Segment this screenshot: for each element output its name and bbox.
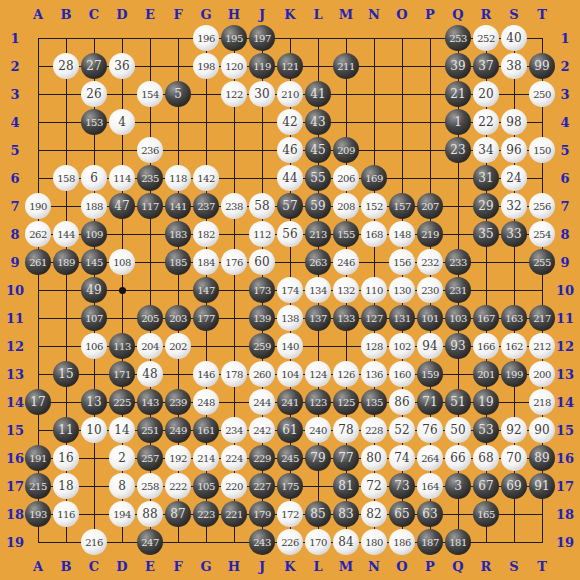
- stone-D6-white[interactable]: 114: [109, 165, 135, 191]
- stone-J9-white[interactable]: 60: [249, 249, 275, 275]
- stone-Q12-black[interactable]: 93: [445, 333, 471, 359]
- stone-N16-white[interactable]: 80: [361, 445, 387, 471]
- move-number: 104: [281, 369, 299, 380]
- stone-R3-white[interactable]: 20: [473, 81, 499, 107]
- stone-D17-white[interactable]: 8: [109, 473, 135, 499]
- stone-S17-black[interactable]: 69: [501, 473, 527, 499]
- stone-B16-white[interactable]: 16: [53, 445, 79, 471]
- stone-M11-black[interactable]: 133: [333, 305, 359, 331]
- stone-B6-white[interactable]: 158: [53, 165, 79, 191]
- stone-F11-black[interactable]: 203: [165, 305, 191, 331]
- stone-J19-black[interactable]: 243: [249, 529, 275, 555]
- move-number: 119: [253, 61, 271, 72]
- move-number: 118: [169, 173, 187, 184]
- stone-K8-white[interactable]: 56: [277, 221, 303, 247]
- stone-J2-black[interactable]: 119: [249, 53, 275, 79]
- stone-G9-white[interactable]: 184: [193, 249, 219, 275]
- stone-B13-black[interactable]: 15: [53, 361, 79, 387]
- move-number: 84: [338, 535, 353, 549]
- stone-R13-black[interactable]: 201: [473, 361, 499, 387]
- row-label-right-13: 13: [556, 368, 574, 381]
- move-number: 223: [197, 509, 215, 520]
- stone-B9-black[interactable]: 189: [53, 249, 79, 275]
- stone-Q10-black[interactable]: 231: [445, 277, 471, 303]
- move-number: 20: [478, 87, 493, 101]
- move-number: 169: [365, 173, 383, 184]
- move-number: 48: [142, 367, 157, 381]
- stone-L11-black[interactable]: 137: [305, 305, 331, 331]
- stone-D12-black[interactable]: 113: [109, 333, 135, 359]
- stone-M9-white[interactable]: 246: [333, 249, 359, 275]
- stone-H2-white[interactable]: 120: [221, 53, 247, 79]
- stone-T12-white[interactable]: 212: [529, 333, 555, 359]
- stone-L18-black[interactable]: 85: [305, 501, 331, 527]
- stone-K3-white[interactable]: 210: [277, 81, 303, 107]
- stone-B17-white[interactable]: 18: [53, 473, 79, 499]
- stone-N7-white[interactable]: 152: [361, 193, 387, 219]
- stone-M5-black[interactable]: 209: [333, 137, 359, 163]
- stone-E17-white[interactable]: 258: [137, 473, 163, 499]
- stone-A7-white[interactable]: 190: [25, 193, 51, 219]
- stone-O16-white[interactable]: 74: [389, 445, 415, 471]
- col-label-top-L: L: [313, 8, 322, 21]
- stone-S15-white[interactable]: 92: [501, 417, 527, 443]
- stone-T5-white[interactable]: 150: [529, 137, 555, 163]
- stone-T3-white[interactable]: 250: [529, 81, 555, 107]
- stone-N18-white[interactable]: 82: [361, 501, 387, 527]
- stone-D4-white[interactable]: 4: [109, 109, 135, 135]
- move-number: 142: [197, 173, 215, 184]
- stone-C12-white[interactable]: 106: [81, 333, 107, 359]
- stone-P15-white[interactable]: 76: [417, 417, 443, 443]
- stone-C19-white[interactable]: 216: [81, 529, 107, 555]
- stone-S5-white[interactable]: 96: [501, 137, 527, 163]
- stone-O10-white[interactable]: 130: [389, 277, 415, 303]
- stone-K4-white[interactable]: 42: [277, 109, 303, 135]
- stone-F16-white[interactable]: 192: [165, 445, 191, 471]
- stone-N13-white[interactable]: 136: [361, 361, 387, 387]
- move-number: 186: [393, 537, 411, 548]
- stone-T14-white[interactable]: 218: [529, 389, 555, 415]
- stone-P8-black[interactable]: 219: [417, 221, 443, 247]
- stone-M7-white[interactable]: 208: [333, 193, 359, 219]
- stone-H16-white[interactable]: 224: [221, 445, 247, 471]
- stone-P17-white[interactable]: 164: [417, 473, 443, 499]
- stone-T9-black[interactable]: 255: [529, 249, 555, 275]
- stone-Q15-white[interactable]: 50: [445, 417, 471, 443]
- stone-H3-white[interactable]: 122: [221, 81, 247, 107]
- stone-G2-white[interactable]: 198: [193, 53, 219, 79]
- stone-D9-white[interactable]: 108: [109, 249, 135, 275]
- stone-E11-black[interactable]: 205: [137, 305, 163, 331]
- stone-E19-black[interactable]: 247: [137, 529, 163, 555]
- stone-K7-black[interactable]: 57: [277, 193, 303, 219]
- stone-F8-black[interactable]: 183: [165, 221, 191, 247]
- stone-N12-white[interactable]: 128: [361, 333, 387, 359]
- stone-K5-white[interactable]: 46: [277, 137, 303, 163]
- stone-G18-black[interactable]: 223: [193, 501, 219, 527]
- stone-M14-black[interactable]: 125: [333, 389, 359, 415]
- stone-K15-black[interactable]: 61: [277, 417, 303, 443]
- stone-K12-white[interactable]: 140: [277, 333, 303, 359]
- stone-N11-black[interactable]: 127: [361, 305, 387, 331]
- move-number: 208: [337, 201, 355, 212]
- stone-Q17-black[interactable]: 3: [445, 473, 471, 499]
- stone-N6-black[interactable]: 169: [361, 165, 387, 191]
- move-number: 262: [29, 229, 47, 240]
- stone-S12-white[interactable]: 162: [501, 333, 527, 359]
- stone-J16-black[interactable]: 229: [249, 445, 275, 471]
- move-number: 58: [254, 199, 269, 213]
- stone-P19-black[interactable]: 187: [417, 529, 443, 555]
- stone-K13-white[interactable]: 104: [277, 361, 303, 387]
- stone-N14-black[interactable]: 135: [361, 389, 387, 415]
- stone-Q5-black[interactable]: 23: [445, 137, 471, 163]
- stone-G6-white[interactable]: 142: [193, 165, 219, 191]
- stone-J14-white[interactable]: 244: [249, 389, 275, 415]
- stone-B2-white[interactable]: 28: [53, 53, 79, 79]
- stone-E16-black[interactable]: 257: [137, 445, 163, 471]
- stone-P12-white[interactable]: 94: [417, 333, 443, 359]
- move-number: 253: [449, 33, 467, 44]
- stone-D14-black[interactable]: 225: [109, 389, 135, 415]
- row-label-right-8: 8: [560, 228, 569, 241]
- stone-S1-white[interactable]: 40: [501, 25, 527, 51]
- stone-S6-white[interactable]: 24: [501, 165, 527, 191]
- stone-K16-black[interactable]: 245: [277, 445, 303, 471]
- stone-E12-white[interactable]: 204: [137, 333, 163, 359]
- stone-S8-black[interactable]: 33: [501, 221, 527, 247]
- stone-G1-white[interactable]: 196: [193, 25, 219, 51]
- stone-L4-black[interactable]: 43: [305, 109, 331, 135]
- stone-A14-black[interactable]: 17: [25, 389, 51, 415]
- stone-N17-white[interactable]: 72: [361, 473, 387, 499]
- move-number: 113: [113, 341, 131, 352]
- stone-K2-black[interactable]: 121: [277, 53, 303, 79]
- stone-G16-white[interactable]: 214: [193, 445, 219, 471]
- stone-O15-white[interactable]: 52: [389, 417, 415, 443]
- row-label-left-4: 4: [10, 116, 19, 129]
- stone-K19-white[interactable]: 226: [277, 529, 303, 555]
- stone-P18-black[interactable]: 63: [417, 501, 443, 527]
- stone-L13-white[interactable]: 124: [305, 361, 331, 387]
- stone-R18-black[interactable]: 165: [473, 501, 499, 527]
- move-number: 173: [253, 285, 271, 296]
- stone-M13-white[interactable]: 126: [333, 361, 359, 387]
- stone-H13-white[interactable]: 178: [221, 361, 247, 387]
- stone-Q14-black[interactable]: 51: [445, 389, 471, 415]
- stone-L15-white[interactable]: 240: [305, 417, 331, 443]
- stone-F9-black[interactable]: 185: [165, 249, 191, 275]
- stone-E5-white[interactable]: 236: [137, 137, 163, 163]
- stone-B18-white[interactable]: 116: [53, 501, 79, 527]
- stone-F3-black[interactable]: 5: [165, 81, 191, 107]
- stone-F14-black[interactable]: 239: [165, 389, 191, 415]
- stone-G15-black[interactable]: 161: [193, 417, 219, 443]
- stone-O19-white[interactable]: 186: [389, 529, 415, 555]
- stone-J1-black[interactable]: 197: [249, 25, 275, 51]
- stone-F15-black[interactable]: 249: [165, 417, 191, 443]
- stone-F17-white[interactable]: 222: [165, 473, 191, 499]
- row-label-right-15: 15: [556, 424, 574, 437]
- stone-N15-white[interactable]: 228: [361, 417, 387, 443]
- stone-T13-white[interactable]: 200: [529, 361, 555, 387]
- stone-O17-black[interactable]: 73: [389, 473, 415, 499]
- stone-D13-black[interactable]: 171: [109, 361, 135, 387]
- stone-C2-black[interactable]: 27: [81, 53, 107, 79]
- stone-D16-white[interactable]: 2: [109, 445, 135, 471]
- stone-D18-white[interactable]: 194: [109, 501, 135, 527]
- move-number: 144: [57, 229, 75, 240]
- stone-L19-white[interactable]: 170: [305, 529, 331, 555]
- stone-F6-white[interactable]: 118: [165, 165, 191, 191]
- move-number: 53: [478, 423, 493, 437]
- stone-S7-white[interactable]: 32: [501, 193, 527, 219]
- stone-R4-white[interactable]: 22: [473, 109, 499, 135]
- stone-L16-black[interactable]: 79: [305, 445, 331, 471]
- stone-J10-black[interactable]: 173: [249, 277, 275, 303]
- move-number: 51: [450, 395, 465, 409]
- stone-E15-black[interactable]: 251: [137, 417, 163, 443]
- stone-H9-white[interactable]: 176: [221, 249, 247, 275]
- stone-F18-black[interactable]: 87: [165, 501, 191, 527]
- stone-T2-black[interactable]: 99: [529, 53, 555, 79]
- stone-T17-black[interactable]: 91: [529, 473, 555, 499]
- move-number: 124: [309, 369, 327, 380]
- stone-M6-white[interactable]: 206: [333, 165, 359, 191]
- stone-H17-white[interactable]: 220: [221, 473, 247, 499]
- stone-G8-white[interactable]: 182: [193, 221, 219, 247]
- col-label-bottom-O: O: [396, 560, 407, 573]
- stone-R1-white[interactable]: 252: [473, 25, 499, 51]
- stone-M10-white[interactable]: 132: [333, 277, 359, 303]
- stone-R17-black[interactable]: 67: [473, 473, 499, 499]
- stone-L6-black[interactable]: 55: [305, 165, 331, 191]
- stone-L14-black[interactable]: 123: [305, 389, 331, 415]
- stone-B15-black[interactable]: 11: [53, 417, 79, 443]
- stone-E3-white[interactable]: 154: [137, 81, 163, 107]
- stone-O9-white[interactable]: 156: [389, 249, 415, 275]
- stone-N8-white[interactable]: 168: [361, 221, 387, 247]
- stone-S11-black[interactable]: 163: [501, 305, 527, 331]
- stone-R16-white[interactable]: 68: [473, 445, 499, 471]
- stone-C8-black[interactable]: 109: [81, 221, 107, 247]
- col-label-top-M: M: [339, 8, 353, 21]
- stone-C11-black[interactable]: 107: [81, 305, 107, 331]
- stone-H1-black[interactable]: 195: [221, 25, 247, 51]
- stone-G7-black[interactable]: 237: [193, 193, 219, 219]
- stone-G11-black[interactable]: 177: [193, 305, 219, 331]
- move-number: 16: [58, 451, 73, 465]
- stone-E14-black[interactable]: 143: [137, 389, 163, 415]
- move-number: 152: [365, 201, 383, 212]
- stone-K6-white[interactable]: 44: [277, 165, 303, 191]
- stone-M8-black[interactable]: 155: [333, 221, 359, 247]
- col-label-bottom-F: F: [173, 560, 182, 573]
- stone-J18-black[interactable]: 179: [249, 501, 275, 527]
- stone-A8-white[interactable]: 262: [25, 221, 51, 247]
- stone-Q16-white[interactable]: 66: [445, 445, 471, 471]
- move-number: 32: [506, 199, 521, 213]
- stone-K17-black[interactable]: 175: [277, 473, 303, 499]
- stone-J3-white[interactable]: 30: [249, 81, 275, 107]
- stone-R11-black[interactable]: 167: [473, 305, 499, 331]
- stone-E6-black[interactable]: 235: [137, 165, 163, 191]
- stone-J15-white[interactable]: 242: [249, 417, 275, 443]
- stone-F12-white[interactable]: 202: [165, 333, 191, 359]
- stone-E13-white[interactable]: 48: [137, 361, 163, 387]
- row-label-left-1: 1: [10, 32, 19, 45]
- col-label-top-D: D: [116, 8, 127, 21]
- stone-L9-black[interactable]: 263: [305, 249, 331, 275]
- stone-C14-black[interactable]: 13: [81, 389, 107, 415]
- stone-J12-black[interactable]: 259: [249, 333, 275, 359]
- move-number: 236: [141, 145, 159, 156]
- stone-Q11-black[interactable]: 103: [445, 305, 471, 331]
- stone-D7-black[interactable]: 47: [109, 193, 135, 219]
- stone-T16-black[interactable]: 89: [529, 445, 555, 471]
- stone-J13-white[interactable]: 260: [249, 361, 275, 387]
- stone-R2-black[interactable]: 37: [473, 53, 499, 79]
- stone-R12-white[interactable]: 166: [473, 333, 499, 359]
- move-number: 89: [534, 451, 549, 465]
- move-number: 232: [421, 257, 439, 268]
- stone-C6-white[interactable]: 6: [81, 165, 107, 191]
- stone-O18-black[interactable]: 65: [389, 501, 415, 527]
- stone-K18-white[interactable]: 172: [277, 501, 303, 527]
- stone-O11-black[interactable]: 131: [389, 305, 415, 331]
- stone-M16-black[interactable]: 77: [333, 445, 359, 471]
- stone-J7-white[interactable]: 58: [249, 193, 275, 219]
- stone-Q19-black[interactable]: 181: [445, 529, 471, 555]
- stone-A16-black[interactable]: 191: [25, 445, 51, 471]
- stone-H18-black[interactable]: 221: [221, 501, 247, 527]
- stone-O14-white[interactable]: 86: [389, 389, 415, 415]
- stone-P14-black[interactable]: 71: [417, 389, 443, 415]
- move-number: 218: [533, 397, 551, 408]
- stone-O13-white[interactable]: 160: [389, 361, 415, 387]
- stone-H15-white[interactable]: 234: [221, 417, 247, 443]
- stone-D2-white[interactable]: 36: [109, 53, 135, 79]
- stone-P7-black[interactable]: 207: [417, 193, 443, 219]
- move-number: 258: [141, 481, 159, 492]
- stone-J8-white[interactable]: 112: [249, 221, 275, 247]
- stone-H7-white[interactable]: 238: [221, 193, 247, 219]
- col-label-top-B: B: [61, 8, 72, 21]
- stone-N19-white[interactable]: 180: [361, 529, 387, 555]
- stone-P9-white[interactable]: 232: [417, 249, 443, 275]
- stone-M17-black[interactable]: 81: [333, 473, 359, 499]
- stone-Q2-black[interactable]: 39: [445, 53, 471, 79]
- stone-J11-black[interactable]: 139: [249, 305, 275, 331]
- stone-P10-white[interactable]: 230: [417, 277, 443, 303]
- stone-M19-white[interactable]: 84: [333, 529, 359, 555]
- stone-R7-black[interactable]: 29: [473, 193, 499, 219]
- move-number: 197: [253, 33, 271, 44]
- stone-L8-black[interactable]: 213: [305, 221, 331, 247]
- stone-O12-white[interactable]: 102: [389, 333, 415, 359]
- stone-G17-black[interactable]: 105: [193, 473, 219, 499]
- stone-R8-black[interactable]: 35: [473, 221, 499, 247]
- stone-L10-white[interactable]: 134: [305, 277, 331, 303]
- stone-C3-white[interactable]: 26: [81, 81, 107, 107]
- move-number: 147: [197, 285, 215, 296]
- stone-M18-black[interactable]: 83: [333, 501, 359, 527]
- stone-E18-white[interactable]: 88: [137, 501, 163, 527]
- stone-L5-black[interactable]: 45: [305, 137, 331, 163]
- stone-R15-black[interactable]: 53: [473, 417, 499, 443]
- move-number: 187: [421, 537, 439, 548]
- stone-F7-black[interactable]: 141: [165, 193, 191, 219]
- move-number: 192: [169, 453, 187, 464]
- move-number: 220: [225, 481, 243, 492]
- stone-C15-white[interactable]: 10: [81, 417, 107, 443]
- stone-C7-white[interactable]: 188: [81, 193, 107, 219]
- stone-Q4-black[interactable]: 1: [445, 109, 471, 135]
- stone-M15-white[interactable]: 78: [333, 417, 359, 443]
- stone-N10-white[interactable]: 110: [361, 277, 387, 303]
- stone-T8-white[interactable]: 254: [529, 221, 555, 247]
- stone-K10-white[interactable]: 174: [277, 277, 303, 303]
- move-number: 66: [450, 451, 465, 465]
- stone-T7-white[interactable]: 256: [529, 193, 555, 219]
- stone-E7-black[interactable]: 117: [137, 193, 163, 219]
- move-number: 133: [337, 313, 355, 324]
- stone-S16-white[interactable]: 70: [501, 445, 527, 471]
- stone-Q3-black[interactable]: 21: [445, 81, 471, 107]
- stone-T15-white[interactable]: 90: [529, 417, 555, 443]
- stone-G13-white[interactable]: 146: [193, 361, 219, 387]
- stone-L7-black[interactable]: 59: [305, 193, 331, 219]
- move-number: 215: [29, 481, 47, 492]
- stone-C10-black[interactable]: 49: [81, 277, 107, 303]
- stone-G10-black[interactable]: 147: [193, 277, 219, 303]
- stone-T11-black[interactable]: 217: [529, 305, 555, 331]
- stone-R6-black[interactable]: 31: [473, 165, 499, 191]
- stone-O8-white[interactable]: 148: [389, 221, 415, 247]
- stone-G14-white[interactable]: 248: [193, 389, 219, 415]
- stone-B8-white[interactable]: 144: [53, 221, 79, 247]
- stone-L3-black[interactable]: 41: [305, 81, 331, 107]
- stone-R14-black[interactable]: 19: [473, 389, 499, 415]
- stone-P16-white[interactable]: 264: [417, 445, 443, 471]
- move-number: 163: [505, 313, 523, 324]
- stone-C9-black[interactable]: 145: [81, 249, 107, 275]
- stone-K14-black[interactable]: 241: [277, 389, 303, 415]
- move-number: 122: [225, 89, 243, 100]
- stone-Q9-black[interactable]: 233: [445, 249, 471, 275]
- stone-Q1-black[interactable]: 253: [445, 25, 471, 51]
- stone-J17-black[interactable]: 227: [249, 473, 275, 499]
- stone-S4-white[interactable]: 98: [501, 109, 527, 135]
- stone-C4-black[interactable]: 153: [81, 109, 107, 135]
- stone-S13-black[interactable]: 199: [501, 361, 527, 387]
- stone-P13-black[interactable]: 159: [417, 361, 443, 387]
- move-number: 250: [533, 89, 551, 100]
- stone-P11-black[interactable]: 101: [417, 305, 443, 331]
- stone-A17-black[interactable]: 215: [25, 473, 51, 499]
- stone-K11-white[interactable]: 138: [277, 305, 303, 331]
- stone-M2-black[interactable]: 211: [333, 53, 359, 79]
- stone-O7-black[interactable]: 157: [389, 193, 415, 219]
- move-number: 240: [309, 425, 327, 436]
- stone-D15-white[interactable]: 14: [109, 417, 135, 443]
- move-number: 141: [169, 201, 187, 212]
- stone-A18-black[interactable]: 193: [25, 501, 51, 527]
- stone-A9-black[interactable]: 261: [25, 249, 51, 275]
- stone-R5-white[interactable]: 34: [473, 137, 499, 163]
- stone-S2-white[interactable]: 38: [501, 53, 527, 79]
